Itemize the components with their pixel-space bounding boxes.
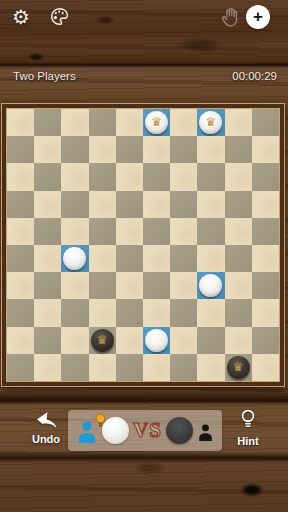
- square-9-1[interactable]: [34, 354, 61, 381]
- square-1-3[interactable]: [89, 136, 116, 163]
- square-4-1[interactable]: [34, 218, 61, 245]
- square-8-2[interactable]: [61, 327, 88, 354]
- square-2-4[interactable]: [116, 163, 143, 190]
- square-3-3[interactable]: [89, 191, 116, 218]
- square-8-9[interactable]: [252, 327, 279, 354]
- square-3-8[interactable]: [225, 191, 252, 218]
- square-1-8[interactable]: [225, 136, 252, 163]
- square-7-7[interactable]: [197, 299, 224, 326]
- square-2-7[interactable]: [197, 163, 224, 190]
- hand-gesture-icon[interactable]: [221, 7, 239, 31]
- hint-button[interactable]: Hint: [224, 409, 272, 447]
- square-3-0[interactable]: [7, 191, 34, 218]
- square-2-9[interactable]: [252, 163, 279, 190]
- square-6-5[interactable]: [143, 272, 170, 299]
- black-king-piece[interactable]: ♛: [91, 329, 114, 352]
- square-3-4[interactable]: [116, 191, 143, 218]
- square-4-7[interactable]: [197, 218, 224, 245]
- black-piece-indicator: [166, 417, 193, 444]
- square-0-0[interactable]: [7, 109, 34, 136]
- white-man-piece[interactable]: [199, 274, 222, 297]
- square-9-7[interactable]: [197, 354, 224, 381]
- white-king-piece[interactable]: ♛: [145, 111, 168, 134]
- white-king-piece[interactable]: ♛: [199, 111, 222, 134]
- square-4-8[interactable]: [225, 218, 252, 245]
- player-two-person-icon: [197, 423, 214, 442]
- square-1-7[interactable]: [197, 136, 224, 163]
- square-1-4[interactable]: [116, 136, 143, 163]
- square-8-4[interactable]: [116, 327, 143, 354]
- square-6-0[interactable]: [7, 272, 34, 299]
- square-1-1[interactable]: [34, 136, 61, 163]
- king-crown-icon: ♛: [151, 116, 162, 128]
- square-5-3[interactable]: [89, 245, 116, 272]
- undo-button[interactable]: Undo: [18, 411, 74, 445]
- square-9-5[interactable]: [143, 354, 170, 381]
- square-8-8[interactable]: [225, 327, 252, 354]
- square-9-9[interactable]: [252, 354, 279, 381]
- square-5-8[interactable]: [225, 245, 252, 272]
- square-9-0[interactable]: [7, 354, 34, 381]
- square-6-8[interactable]: [225, 272, 252, 299]
- square-4-4[interactable]: [116, 218, 143, 245]
- square-4-9[interactable]: [252, 218, 279, 245]
- square-8-6[interactable]: [170, 327, 197, 354]
- square-5-2[interactable]: [61, 245, 88, 272]
- square-6-1[interactable]: [34, 272, 61, 299]
- square-1-2[interactable]: [61, 136, 88, 163]
- square-6-6[interactable]: [170, 272, 197, 299]
- square-1-6[interactable]: [170, 136, 197, 163]
- square-7-1[interactable]: [34, 299, 61, 326]
- square-0-4[interactable]: [116, 109, 143, 136]
- settings-gear-icon[interactable]: ⚙: [12, 4, 30, 30]
- players-vs-panel[interactable]: VS: [68, 410, 222, 451]
- undo-label: Undo: [18, 433, 74, 445]
- white-man-piece[interactable]: [63, 247, 86, 270]
- black-king-piece[interactable]: ♛: [227, 356, 250, 379]
- square-4-0[interactable]: [7, 218, 34, 245]
- square-7-8[interactable]: [225, 299, 252, 326]
- square-6-9[interactable]: [252, 272, 279, 299]
- square-9-8[interactable]: ♛: [225, 354, 252, 381]
- square-8-1[interactable]: [34, 327, 61, 354]
- square-2-2[interactable]: [61, 163, 88, 190]
- square-2-5[interactable]: [143, 163, 170, 190]
- square-5-0[interactable]: [7, 245, 34, 272]
- hint-label: Hint: [224, 435, 272, 447]
- square-9-2[interactable]: [61, 354, 88, 381]
- square-7-0[interactable]: [7, 299, 34, 326]
- square-9-3[interactable]: [89, 354, 116, 381]
- king-crown-icon: ♛: [233, 361, 244, 373]
- game-timer: 00:00:29: [232, 70, 277, 82]
- square-3-1[interactable]: [34, 191, 61, 218]
- square-3-9[interactable]: [252, 191, 279, 218]
- square-3-2[interactable]: [61, 191, 88, 218]
- theme-palette-icon[interactable]: [50, 7, 69, 30]
- square-0-6[interactable]: [170, 109, 197, 136]
- square-5-1[interactable]: [34, 245, 61, 272]
- square-6-4[interactable]: [116, 272, 143, 299]
- square-4-3[interactable]: [89, 218, 116, 245]
- square-6-7[interactable]: [197, 272, 224, 299]
- square-5-9[interactable]: [252, 245, 279, 272]
- square-2-8[interactable]: [225, 163, 252, 190]
- white-man-piece[interactable]: [145, 329, 168, 352]
- square-0-7[interactable]: ♛: [197, 109, 224, 136]
- game-mode-label: Two Players: [13, 70, 76, 82]
- square-4-6[interactable]: [170, 218, 197, 245]
- square-1-0[interactable]: [7, 136, 34, 163]
- square-1-5[interactable]: [143, 136, 170, 163]
- square-1-9[interactable]: [252, 136, 279, 163]
- square-5-4[interactable]: [116, 245, 143, 272]
- plus-icon: +: [246, 5, 270, 28]
- new-game-plus-button[interactable]: +: [246, 5, 270, 29]
- board-frame: ♛♛♛♛: [1, 103, 285, 387]
- square-2-3[interactable]: [89, 163, 116, 190]
- square-7-3[interactable]: [89, 299, 116, 326]
- square-7-6[interactable]: [170, 299, 197, 326]
- square-2-1[interactable]: [34, 163, 61, 190]
- king-crown-icon: ♛: [97, 334, 108, 346]
- square-3-7[interactable]: [197, 191, 224, 218]
- king-crown-icon: ♛: [206, 116, 217, 128]
- square-0-3[interactable]: [89, 109, 116, 136]
- square-0-9[interactable]: [252, 109, 279, 136]
- square-8-3[interactable]: ♛: [89, 327, 116, 354]
- square-8-5[interactable]: [143, 327, 170, 354]
- square-8-0[interactable]: [7, 327, 34, 354]
- square-0-2[interactable]: [61, 109, 88, 136]
- square-9-6[interactable]: [170, 354, 197, 381]
- square-7-9[interactable]: [252, 299, 279, 326]
- square-5-5[interactable]: [143, 245, 170, 272]
- square-8-7[interactable]: [197, 327, 224, 354]
- square-2-0[interactable]: [7, 163, 34, 190]
- square-0-8[interactable]: [225, 109, 252, 136]
- undo-arrow-icon: [33, 411, 59, 428]
- square-7-2[interactable]: [61, 299, 88, 326]
- square-4-2[interactable]: [61, 218, 88, 245]
- square-6-3[interactable]: [89, 272, 116, 299]
- vs-label: VS: [133, 418, 162, 443]
- square-5-6[interactable]: [170, 245, 197, 272]
- square-6-2[interactable]: [61, 272, 88, 299]
- square-9-4[interactable]: [116, 354, 143, 381]
- hint-lightbulb-icon: [240, 409, 256, 430]
- square-0-5[interactable]: ♛: [143, 109, 170, 136]
- square-0-1[interactable]: [34, 109, 61, 136]
- square-5-7[interactable]: [197, 245, 224, 272]
- square-4-5[interactable]: [143, 218, 170, 245]
- palette-icon: [50, 7, 69, 26]
- square-3-5[interactable]: [143, 191, 170, 218]
- square-2-6[interactable]: [170, 163, 197, 190]
- turn-lightbulb-icon: [94, 413, 107, 432]
- board[interactable]: ♛♛♛♛: [7, 109, 279, 381]
- hand-icon: [221, 7, 239, 27]
- square-7-4[interactable]: [116, 299, 143, 326]
- player-one-indicator: [76, 420, 98, 446]
- app-screen: ⚙ + Two Players 00:00:29 ♛♛♛♛ Undo: [0, 0, 288, 512]
- square-3-6[interactable]: [170, 191, 197, 218]
- square-7-5[interactable]: [143, 299, 170, 326]
